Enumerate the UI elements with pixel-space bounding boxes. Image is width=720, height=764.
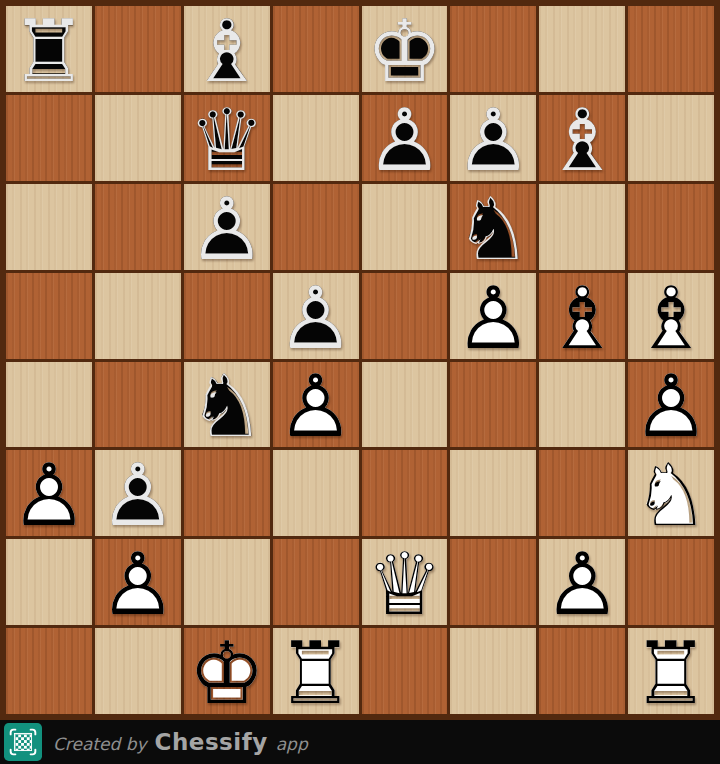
piece-black-knight[interactable]: ♞♘	[184, 362, 270, 448]
square-h1[interactable]: ♜♖	[628, 628, 714, 714]
piece-black-bishop[interactable]: ♝♗	[184, 6, 270, 92]
chess-board-area: ♜♖♝♗♚♔♛♕♟♙♟♙♝♗♟♙♞♘♟♙♟♙♝♗♝♗♞♘♟♙♟♙♟♙♟♙♞♘♟♙…	[0, 0, 720, 720]
square-d1[interactable]: ♜♖	[273, 628, 359, 714]
square-f4[interactable]	[450, 362, 536, 448]
square-a3[interactable]: ♟♙	[6, 450, 92, 536]
square-b3[interactable]: ♟♙	[95, 450, 181, 536]
square-g8[interactable]	[539, 6, 625, 92]
square-b7[interactable]	[95, 95, 181, 181]
square-e1[interactable]	[362, 628, 448, 714]
square-e4[interactable]	[362, 362, 448, 448]
square-c7[interactable]: ♛♕	[184, 95, 270, 181]
square-h7[interactable]	[628, 95, 714, 181]
piece-white-queen[interactable]: ♛♕	[362, 539, 448, 625]
piece-white-bishop[interactable]: ♝♗	[628, 273, 714, 359]
square-c1[interactable]: ♚♔	[184, 628, 270, 714]
square-h4[interactable]: ♟♙	[628, 362, 714, 448]
square-g7[interactable]: ♝♗	[539, 95, 625, 181]
square-e5[interactable]	[362, 273, 448, 359]
piece-black-pawn[interactable]: ♟♙	[273, 273, 359, 359]
square-a4[interactable]	[6, 362, 92, 448]
square-e8[interactable]: ♚♔	[362, 6, 448, 92]
square-g1[interactable]	[539, 628, 625, 714]
piece-white-pawn[interactable]: ♟♙	[539, 539, 625, 625]
square-d8[interactable]	[273, 6, 359, 92]
piece-white-bishop[interactable]: ♝♗	[539, 273, 625, 359]
piece-white-rook[interactable]: ♜♖	[628, 628, 714, 714]
piece-white-rook[interactable]: ♜♖	[273, 628, 359, 714]
created-by-label: Created by	[53, 734, 147, 754]
piece-black-pawn[interactable]: ♟♙	[450, 95, 536, 181]
piece-white-pawn[interactable]: ♟♙	[628, 362, 714, 448]
chessify-logo-icon	[4, 723, 42, 761]
square-f5[interactable]: ♟♙	[450, 273, 536, 359]
square-f1[interactable]	[450, 628, 536, 714]
brand-name: Chessify	[155, 729, 268, 755]
square-d6[interactable]	[273, 184, 359, 270]
square-f3[interactable]	[450, 450, 536, 536]
square-a6[interactable]	[6, 184, 92, 270]
square-h8[interactable]	[628, 6, 714, 92]
square-g6[interactable]	[539, 184, 625, 270]
square-e6[interactable]	[362, 184, 448, 270]
square-d3[interactable]	[273, 450, 359, 536]
square-g2[interactable]: ♟♙	[539, 539, 625, 625]
square-b8[interactable]	[95, 6, 181, 92]
square-g3[interactable]	[539, 450, 625, 536]
square-f2[interactable]	[450, 539, 536, 625]
square-b1[interactable]	[95, 628, 181, 714]
square-a2[interactable]	[6, 539, 92, 625]
piece-black-queen[interactable]: ♛♕	[184, 95, 270, 181]
square-d4[interactable]: ♟♙	[273, 362, 359, 448]
square-d7[interactable]	[273, 95, 359, 181]
square-a8[interactable]: ♜♖	[6, 6, 92, 92]
square-h5[interactable]: ♝♗	[628, 273, 714, 359]
square-f7[interactable]: ♟♙	[450, 95, 536, 181]
piece-black-knight[interactable]: ♞♘	[450, 184, 536, 270]
square-e2[interactable]: ♛♕	[362, 539, 448, 625]
app-label: app	[276, 734, 308, 754]
chessify-watermark-bar: Created by Chessify app	[0, 720, 720, 764]
square-g5[interactable]: ♝♗	[539, 273, 625, 359]
piece-black-bishop[interactable]: ♝♗	[539, 95, 625, 181]
square-d2[interactable]	[273, 539, 359, 625]
square-b2[interactable]: ♟♙	[95, 539, 181, 625]
square-h6[interactable]	[628, 184, 714, 270]
square-a5[interactable]	[6, 273, 92, 359]
piece-white-pawn[interactable]: ♟♙	[273, 362, 359, 448]
piece-black-pawn[interactable]: ♟♙	[184, 184, 270, 270]
piece-white-knight[interactable]: ♞♘	[628, 450, 714, 536]
square-e3[interactable]	[362, 450, 448, 536]
square-h3[interactable]: ♞♘	[628, 450, 714, 536]
piece-black-pawn[interactable]: ♟♙	[362, 95, 448, 181]
piece-black-king[interactable]: ♚♔	[362, 6, 448, 92]
piece-white-pawn[interactable]: ♟♙	[95, 539, 181, 625]
chess-board: ♜♖♝♗♚♔♛♕♟♙♟♙♝♗♟♙♞♘♟♙♟♙♝♗♝♗♞♘♟♙♟♙♟♙♟♙♞♘♟♙…	[0, 0, 720, 720]
square-a1[interactable]	[6, 628, 92, 714]
square-b4[interactable]	[95, 362, 181, 448]
square-e7[interactable]: ♟♙	[362, 95, 448, 181]
piece-black-rook[interactable]: ♜♖	[6, 6, 92, 92]
square-c5[interactable]	[184, 273, 270, 359]
square-c2[interactable]	[184, 539, 270, 625]
piece-white-pawn[interactable]: ♟♙	[6, 450, 92, 536]
square-c6[interactable]: ♟♙	[184, 184, 270, 270]
square-c4[interactable]: ♞♘	[184, 362, 270, 448]
square-f8[interactable]	[450, 6, 536, 92]
piece-white-king[interactable]: ♚♔	[184, 628, 270, 714]
square-a7[interactable]	[6, 95, 92, 181]
square-c3[interactable]	[184, 450, 270, 536]
piece-white-pawn[interactable]: ♟♙	[450, 273, 536, 359]
square-c8[interactable]: ♝♗	[184, 6, 270, 92]
square-d5[interactable]: ♟♙	[273, 273, 359, 359]
piece-black-pawn[interactable]: ♟♙	[95, 450, 181, 536]
square-b5[interactable]	[95, 273, 181, 359]
square-b6[interactable]	[95, 184, 181, 270]
square-g4[interactable]	[539, 362, 625, 448]
square-h2[interactable]	[628, 539, 714, 625]
square-f6[interactable]: ♞♘	[450, 184, 536, 270]
watermark-text: Created by Chessify app	[53, 729, 308, 755]
